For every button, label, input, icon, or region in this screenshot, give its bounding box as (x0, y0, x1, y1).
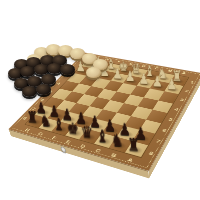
checker-disc-black (60, 64, 75, 75)
checker-disc-cream (86, 67, 101, 78)
photo-scene: HGFEDCBA HGFEDCBA 12345678 12345678 ♜♞♝♚… (0, 0, 200, 200)
checker-disc-black (22, 86, 37, 97)
checker-disc-black (36, 84, 51, 95)
checkers-pile (0, 0, 200, 200)
